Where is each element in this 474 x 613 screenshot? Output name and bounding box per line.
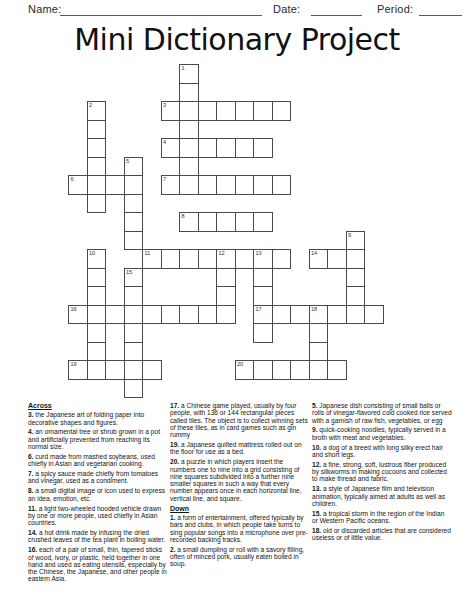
grid-cell-r5c6[interactable] [179,157,199,177]
grid-cell-r10c8[interactable]: 12 [216,249,236,269]
grid-cell-r16c1[interactable] [87,360,107,380]
grid-cell-r6c7[interactable] [198,175,218,195]
cell-number-6: 6 [71,176,74,183]
grid-cell-r3c1[interactable] [87,120,107,140]
down-clue-2: 2. a small dumpling or roll with a savor… [170,546,310,568]
period-blank-line[interactable] [419,3,462,16]
grid-cell-r4c6[interactable] [179,138,199,158]
crossword-grid: 1234567891011121314151617181920 [68,64,402,416]
cell-number-1: 1 [182,65,185,72]
grid-cell-r14c13[interactable] [309,323,329,343]
name-blank-line[interactable] [60,3,262,16]
grid-cell-r10c6[interactable] [179,249,199,269]
across-clue-8: 8. a small digital image or icon used to… [28,487,168,502]
cell-number-20: 20 [237,361,243,368]
grid-cell-r5c1[interactable] [87,157,107,177]
grid-cell-r4c5[interactable]: 4 [161,138,181,158]
grid-cell-r1c6[interactable] [179,83,199,103]
grid-cell-r13c12[interactable] [290,305,310,325]
grid-cell-r15c13[interactable] [309,342,329,362]
grid-cell-r0c6[interactable]: 1 [179,64,199,84]
grid-cell-r12c3[interactable] [124,286,144,306]
grid-cell-r8c7[interactable] [198,212,218,232]
grid-cell-r9c3[interactable] [124,231,144,251]
grid-cell-r11c10[interactable] [253,268,273,288]
grid-cell-r2c6[interactable] [179,101,199,121]
grid-cell-r16c11[interactable] [272,360,292,380]
cell-number-5: 5 [126,158,129,165]
grid-cell-r7c1[interactable] [87,194,107,214]
grid-cell-r8c3[interactable] [124,212,144,232]
grid-cell-r2c7[interactable] [198,101,218,121]
grid-cell-r11c8[interactable] [216,268,236,288]
grid-cell-r16c13[interactable] [309,360,329,380]
down-clue-5: 5. Japanese dish consisting of small bal… [312,402,452,424]
cell-number-18: 18 [311,306,317,313]
grid-cell-r10c4[interactable]: 11 [142,249,162,269]
grid-cell-r10c1[interactable]: 10 [87,249,107,269]
grid-cell-r14c3[interactable] [124,323,144,343]
grid-cell-r10c15[interactable] [346,249,366,269]
clue-column-3: 5. Japanese dish consisting of small bal… [312,402,452,544]
grid-cell-r10c14[interactable] [327,249,347,269]
grid-cell-r12c8[interactable] [216,286,236,306]
grid-cell-r4c8[interactable] [216,138,236,158]
across-clue-6: 6. curd made from mashed soybeans, used … [28,453,168,468]
cell-number-10: 10 [89,250,95,257]
grid-cell-r6c3[interactable] [124,175,144,195]
grid-cell-r13c5[interactable] [161,305,181,325]
worksheet-page: Name: Date: Period: Mini Dictionary Proj… [0,0,474,613]
grid-cell-r2c5[interactable]: 3 [161,101,181,121]
grid-cell-r16c0[interactable]: 19 [68,360,88,380]
page-title: Mini Dictionary Project [0,22,474,57]
date-label: Date: [273,3,300,15]
grid-cell-r12c15[interactable] [346,286,366,306]
clue-column-1: Across 3. the Japanese art of folding pa… [28,402,168,585]
grid-cell-r3c6[interactable] [179,120,199,140]
grid-cell-r11c3[interactable]: 15 [124,268,144,288]
cell-number-7: 7 [163,176,166,183]
grid-cell-r13c10[interactable]: 17 [253,305,273,325]
grid-cell-r6c8[interactable] [216,175,236,195]
grid-cell-r9c15[interactable]: 9 [346,231,366,251]
grid-cell-r6c6[interactable] [179,175,199,195]
grid-cell-r13c7[interactable] [198,305,218,325]
grid-cell-r10c10[interactable]: 13 [253,249,273,269]
grid-cell-r6c11[interactable] [272,175,292,195]
grid-cell-r13c2[interactable] [105,305,125,325]
down-clue-15: 15. a tropical storm in the region of th… [312,510,452,525]
grid-cell-r14c1[interactable] [87,323,107,343]
across-clue-4: 4. an ornamental tree or shrub grown in … [28,428,168,450]
grid-cell-r16c4[interactable] [142,360,162,380]
grid-cell-r16c9[interactable]: 20 [235,360,255,380]
cell-number-11: 11 [145,250,151,257]
grid-cell-r6c0[interactable]: 6 [68,175,88,195]
grid-cell-r16c10[interactable] [253,360,273,380]
grid-cell-r10c11[interactable] [272,249,292,269]
grid-cell-r16c12[interactable] [290,360,310,380]
grid-cell-r16c14[interactable] [327,360,347,380]
grid-cell-r13c13[interactable]: 18 [309,305,329,325]
grid-cell-r4c10[interactable] [253,138,273,158]
grid-cell-r13c15[interactable] [346,305,366,325]
down-heading: Down [170,505,310,512]
cell-number-2: 2 [89,102,92,109]
cell-number-17: 17 [256,306,262,313]
grid-cell-r11c15[interactable] [346,268,366,288]
grid-cell-r4c1[interactable] [87,138,107,158]
down-clue-1: 1. a form of entertainment, offered typi… [170,514,310,543]
grid-cell-r4c7[interactable] [198,138,218,158]
grid-cell-r13c3[interactable] [124,305,144,325]
grid-cell-r13c11[interactable] [272,305,292,325]
grid-cell-r13c0[interactable]: 16 [68,305,88,325]
across-clue-17: 17. a Chinese game played, usually by fo… [170,402,310,438]
grid-cell-r8c8[interactable] [216,212,236,232]
across-clue-19: 19. a Japanese quilted mattress rolled o… [170,441,310,456]
cell-number-9: 9 [348,232,351,239]
across-heading: Across [28,402,168,409]
period-label: Period: [377,3,413,15]
grid-cell-r13c1[interactable] [87,305,107,325]
cell-number-16: 16 [71,306,77,313]
cell-number-13: 13 [256,250,262,257]
grid-cell-r2c1[interactable]: 2 [87,101,107,121]
grid-cell-r2c8[interactable] [216,101,236,121]
grid-cell-r15c1[interactable] [87,342,107,362]
across-clue-16: 16. each of a pair of small, thin, taper… [28,546,168,582]
name-label: Name: [28,3,61,15]
grid-cell-r14c10[interactable] [253,323,273,343]
cell-number-12: 12 [219,250,225,257]
grid-cell-r6c5[interactable]: 7 [161,175,181,195]
grid-cell-r5c3[interactable]: 5 [124,157,144,177]
clue-column-2: 17. a Chinese game played, usually by fo… [170,402,310,570]
grid-cell-r13c4[interactable] [142,305,162,325]
grid-cell-r13c8[interactable] [216,305,236,325]
across-clue-11: 11. a light two-wheeled hooded vehicle d… [28,505,168,527]
across-clue-14: 14. a hot drink made by infusing the dri… [28,529,168,544]
cell-number-15: 15 [126,269,132,276]
grid-cell-r6c9[interactable] [235,175,255,195]
grid-cell-r16c3[interactable] [124,360,144,380]
grid-cell-r4c9[interactable] [235,138,255,158]
grid-cell-r2c11[interactable] [272,101,292,121]
grid-cell-r16c2[interactable] [105,360,125,380]
grid-cell-r8c6[interactable]: 8 [179,212,199,232]
cell-number-8: 8 [182,213,185,220]
date-blank-line[interactable] [311,3,362,16]
grid-cell-r10c7[interactable] [198,249,218,269]
grid-cell-r13c6[interactable] [179,305,199,325]
grid-cell-r10c9[interactable] [235,249,255,269]
grid-cell-r6c10[interactable] [253,175,273,195]
across-clue-7: 7. a spicy sauce made chiefly from tomat… [28,470,168,485]
down-clue-10: 10. a dog of a breed with long silky ere… [312,444,452,459]
grid-cell-r12c10[interactable] [253,286,273,306]
cell-number-14: 14 [311,250,317,257]
cell-number-19: 19 [71,361,77,368]
across-clue-20: 20. a puzzle in which players insert the… [170,458,310,502]
cell-number-3: 3 [163,102,166,109]
grid-cell-r15c3[interactable] [124,342,144,362]
grid-cell-r10c5[interactable] [161,249,181,269]
grid-cell-r2c9[interactable] [235,101,255,121]
down-clue-9: 9. quick-cooking noodles, typically serv… [312,426,452,441]
grid-cell-r17c3[interactable] [124,379,144,399]
cell-number-4: 4 [163,139,166,146]
down-clue-13: 13. a style of Japanese film and televis… [312,485,452,507]
grid-cell-r13c16[interactable] [364,305,384,325]
grid-cell-r6c2[interactable] [105,175,125,195]
down-clue-18: 18. old or discarded articles that are c… [312,527,452,542]
grid-cell-r6c1[interactable] [87,175,107,195]
grid-cell-r7c3[interactable] [124,194,144,214]
grid-cell-r8c9[interactable] [235,212,255,232]
grid-cell-r11c1[interactable] [87,268,107,288]
grid-cell-r2c10[interactable] [253,101,273,121]
grid-cell-r12c1[interactable] [87,286,107,306]
grid-cell-r8c10[interactable] [253,212,273,232]
down-clue-12: 12. a fine, strong, soft, lustrous fiber… [312,461,452,483]
grid-cell-r10c13[interactable]: 14 [309,249,329,269]
across-clue-3: 3. the Japanese art of folding paper int… [28,411,168,426]
grid-cell-r13c14[interactable] [327,305,347,325]
